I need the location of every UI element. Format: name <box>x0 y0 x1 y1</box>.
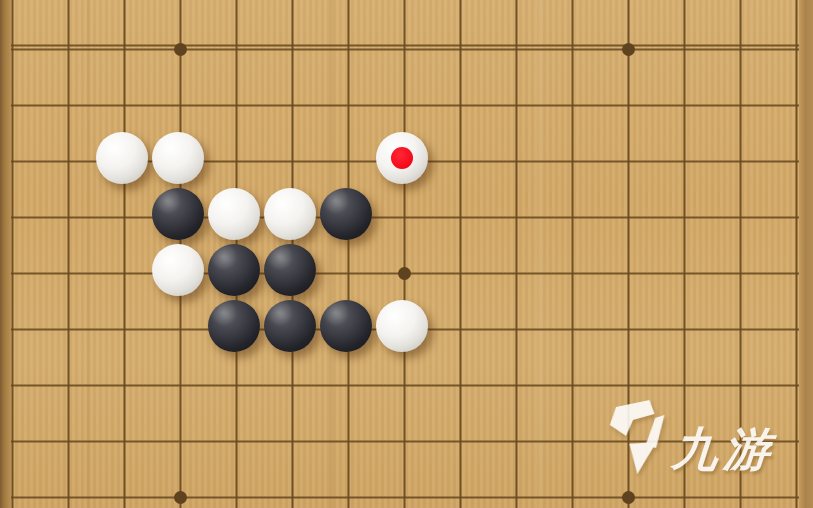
black-stone[interactable] <box>208 300 260 352</box>
board-grid[interactable] <box>0 22 813 508</box>
white-stone[interactable] <box>208 188 260 240</box>
white-stone[interactable] <box>376 132 428 184</box>
star-point <box>174 491 187 504</box>
white-stone[interactable] <box>376 300 428 352</box>
star-point <box>398 267 411 280</box>
black-stone[interactable] <box>152 188 204 240</box>
white-stone[interactable] <box>152 132 204 184</box>
last-move-marker <box>391 147 413 169</box>
board-left-edge <box>0 0 11 508</box>
black-stone[interactable] <box>320 300 372 352</box>
star-point <box>622 491 635 504</box>
board-right-edge <box>799 0 813 508</box>
star-point <box>622 43 635 56</box>
black-stone[interactable] <box>264 300 316 352</box>
black-stone[interactable] <box>320 188 372 240</box>
black-stone[interactable] <box>208 244 260 296</box>
star-point <box>174 43 187 56</box>
white-stone[interactable] <box>152 244 204 296</box>
white-stone[interactable] <box>264 188 316 240</box>
white-stone[interactable] <box>96 132 148 184</box>
black-stone[interactable] <box>264 244 316 296</box>
